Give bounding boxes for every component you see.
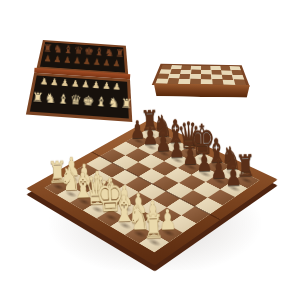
view-main-board[interactable]: ♜♞♝♛♚♝♞♜♟♟♟♟♟♟♟♟♟♟♟♟♟♟♟♟♜♞♝♛♚♝♞♜: [30, 88, 280, 278]
product-photo: ♜♞♝♛♚♝♞♜ ♟♟♟♟♟♟♟♟ ♟♟♟♟♟♟♟♟ ♜♞♝♛♚♝♞♜ ♜♞♝♛…: [0, 0, 300, 300]
white-rook-h1: ♜: [138, 210, 169, 244]
black-pawn-h7: ♟: [219, 162, 248, 189]
